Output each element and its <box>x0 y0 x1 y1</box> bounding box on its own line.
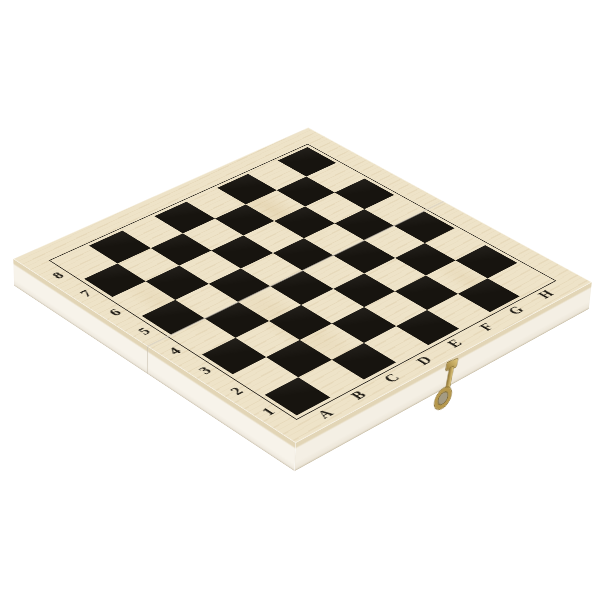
file-label-text: E <box>445 337 466 349</box>
clasp-ring <box>433 385 453 412</box>
rank-label-text: 5 <box>135 326 153 337</box>
file-label-text: C <box>381 371 403 384</box>
file-label-text: G <box>505 304 527 316</box>
board-top-face: 12345678 ABCDEFGH <box>13 128 591 443</box>
rank-label-text: 2 <box>227 385 246 396</box>
file-label-text: D <box>413 354 435 367</box>
chessboard: 12345678 ABCDEFGH <box>14 140 591 457</box>
rank-label-text: 6 <box>106 307 124 318</box>
rank-label-text: 1 <box>259 405 278 417</box>
rank-label-text: 8 <box>49 270 67 280</box>
rank-label-text: 7 <box>77 288 95 298</box>
fold-seam-side <box>147 346 148 374</box>
brass-clasp <box>435 357 461 406</box>
file-label-text: F <box>476 321 496 332</box>
rank-label-text: 3 <box>196 365 215 376</box>
product-photo-scene: 12345678 ABCDEFGH <box>0 0 600 600</box>
file-label-text: B <box>348 389 370 402</box>
rank-label-text: 4 <box>165 345 184 356</box>
board-squares <box>56 147 549 415</box>
file-label-text: A <box>314 407 336 420</box>
file-label-text: H <box>535 289 557 301</box>
